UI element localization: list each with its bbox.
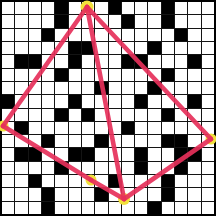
grid-cell[interactable] [109,122,121,134]
grid-cell[interactable] [135,122,147,134]
grid-cell[interactable] [148,29,160,41]
grid-cell[interactable] [202,82,214,94]
grid-cell[interactable] [162,122,174,134]
grid-cell[interactable] [122,162,134,174]
black-cell [42,135,54,147]
grid-cell[interactable] [2,42,14,54]
grid-cell[interactable] [95,15,107,27]
grid-cell[interactable] [109,135,121,147]
grid-cell[interactable] [29,29,41,41]
grid-cell[interactable] [15,188,27,200]
grid-cell[interactable] [175,82,187,94]
black-cell [162,175,174,187]
grid-cell[interactable] [162,202,174,214]
black-cell [69,42,81,54]
grid-cell[interactable] [2,148,14,160]
grid-cell[interactable] [69,135,81,147]
grid-cell[interactable] [202,55,214,67]
grid-cell[interactable] [42,95,54,107]
grid-cell[interactable] [82,15,94,27]
black-cell [42,202,54,214]
grid-cell[interactable] [55,55,67,67]
black-cell [135,162,147,174]
grid-cell[interactable] [69,175,81,187]
black-cell [82,42,94,54]
black-cell [82,148,94,160]
grid-cell[interactable] [15,175,27,187]
grid-cell[interactable] [82,122,94,134]
grid-cell[interactable] [109,15,121,27]
grid-cell[interactable] [188,188,200,200]
grid-cell[interactable] [175,95,187,107]
grid-cell[interactable] [109,109,121,121]
grid-cell[interactable] [135,188,147,200]
grid-cell[interactable] [95,55,107,67]
grid-cell[interactable] [202,109,214,121]
grid-cell[interactable] [188,202,200,214]
grid-cell[interactable] [42,109,54,121]
black-cell [162,2,174,14]
black-cell [82,109,94,121]
black-cell [15,55,27,67]
grid-cell[interactable] [162,95,174,107]
grid-cell[interactable] [95,29,107,41]
grid-cell[interactable] [95,202,107,214]
grid-cell[interactable] [135,82,147,94]
grid-cell[interactable] [55,122,67,134]
grid-cell[interactable] [55,188,67,200]
grid-cell[interactable] [2,69,14,81]
grid-cell[interactable] [148,148,160,160]
grid-cell[interactable] [202,122,214,134]
grid-cell[interactable] [109,42,121,54]
black-cell [175,148,187,160]
grid-cell[interactable] [175,42,187,54]
grid-cell[interactable] [109,55,121,67]
grid-cell[interactable] [2,162,14,174]
grid-cell[interactable] [135,202,147,214]
black-cell [148,82,160,94]
black-cell [122,15,134,27]
grid-cell[interactable] [69,2,81,14]
grid-cell[interactable] [69,82,81,94]
grid-cell[interactable] [29,202,41,214]
grid-cell[interactable] [2,202,14,214]
grid-cell[interactable] [15,202,27,214]
grid-cell[interactable] [148,69,160,81]
black-cell [95,135,107,147]
black-cell [135,55,147,67]
grid-cell[interactable] [82,2,94,14]
grid-cell[interactable] [95,2,107,14]
black-cell [188,148,200,160]
grid-cell[interactable] [188,135,200,147]
grid-cell[interactable] [135,2,147,14]
grid-cell[interactable] [69,15,81,27]
grid-cell[interactable] [175,188,187,200]
black-cell [15,148,27,160]
grid-cell[interactable] [29,69,41,81]
black-cell [69,95,81,107]
grid-cell[interactable] [188,162,200,174]
black-cell [55,109,67,121]
grid-cell[interactable] [15,69,27,81]
grid-cell[interactable] [55,202,67,214]
grid-cell[interactable] [135,109,147,121]
puzzle-screenshot [0,0,216,216]
grid-cell[interactable] [82,135,94,147]
grid-cell[interactable] [29,188,41,200]
grid-cell[interactable] [2,29,14,41]
grid-cell[interactable] [29,42,41,54]
grid-cell[interactable] [122,82,134,94]
grid-cell[interactable] [15,2,27,14]
grid-cell[interactable] [29,135,41,147]
grid-cell[interactable] [188,15,200,27]
grid-cell[interactable] [29,109,41,121]
grid-cell[interactable] [42,148,54,160]
grid-cell[interactable] [69,109,81,121]
grid-cell[interactable] [148,15,160,27]
black-cell [42,188,54,200]
grid-cell[interactable] [15,42,27,54]
grid-cell[interactable] [135,135,147,147]
black-cell [95,188,107,200]
grid-cell[interactable] [122,2,134,14]
grid-cell[interactable] [135,42,147,54]
grid-cell[interactable] [69,202,81,214]
black-cell [135,148,147,160]
grid-cell[interactable] [29,82,41,94]
black-cell [135,95,147,107]
grid-cell[interactable] [69,29,81,41]
grid-cell[interactable] [55,175,67,187]
grid-cell[interactable] [55,148,67,160]
grid-cell[interactable] [122,69,134,81]
grid-cell[interactable] [55,135,67,147]
black-cell [29,55,41,67]
grid-cell[interactable] [82,55,94,67]
grid-cell[interactable] [15,135,27,147]
grid-cell[interactable] [148,109,160,121]
grid-cell[interactable] [202,42,214,54]
black-cell [175,135,187,147]
grid-cell[interactable] [42,15,54,27]
black-cell [122,55,134,67]
grid-cell[interactable] [29,2,41,14]
grid-cell[interactable] [175,109,187,121]
grid-cell[interactable] [135,175,147,187]
grid-cell[interactable] [202,188,214,200]
grid-cell[interactable] [95,162,107,174]
grid-cell[interactable] [95,69,107,81]
grid-cell[interactable] [175,69,187,81]
black-cell [148,42,160,54]
grid-cell[interactable] [95,95,107,107]
grid-cell[interactable] [82,175,94,187]
grid-cell[interactable] [95,175,107,187]
grid-cell[interactable] [2,109,14,121]
grid-cell[interactable] [109,29,121,41]
black-cell [188,95,200,107]
grid-cell[interactable] [109,82,121,94]
grid-cell[interactable] [42,42,54,54]
grid-cell[interactable] [109,202,121,214]
grid-cell[interactable] [148,135,160,147]
grid-cell[interactable] [202,135,214,147]
grid-cell[interactable] [175,122,187,134]
grid-cell[interactable] [122,148,134,160]
grid-cell[interactable] [69,122,81,134]
black-cell [109,175,121,187]
grid-cell[interactable] [95,42,107,54]
grid-cell[interactable] [175,175,187,187]
grid-cell[interactable] [55,29,67,41]
grid-cell[interactable] [69,69,81,81]
grid-cell[interactable] [42,162,54,174]
black-cell [42,29,54,41]
grid-cell[interactable] [188,175,200,187]
black-cell [55,15,67,27]
black-cell [162,135,174,147]
grid-cell[interactable] [162,42,174,54]
black-cell [148,202,160,214]
grid-cell[interactable] [82,202,94,214]
grid-cell[interactable] [162,29,174,41]
grid-cell[interactable] [42,55,54,67]
grid-cell[interactable] [202,15,214,27]
grid-cell[interactable] [175,55,187,67]
grid-cell[interactable] [148,55,160,67]
puzzle-grid [0,0,216,216]
grid-cell[interactable] [82,69,94,81]
grid-cell[interactable] [202,95,214,107]
grid-cell[interactable] [42,69,54,81]
grid-cell[interactable] [82,162,94,174]
black-cell [162,69,174,81]
grid-cell[interactable] [175,15,187,27]
grid-cell[interactable] [148,122,160,134]
grid-cell[interactable] [55,95,67,107]
grid-cell[interactable] [95,109,107,121]
grid-cell[interactable] [122,29,134,41]
grid-cell[interactable] [29,95,41,107]
grid-cell[interactable] [2,55,14,67]
black-cell [69,148,81,160]
grid-cell[interactable] [82,188,94,200]
grid-cell[interactable] [188,2,200,14]
grid-cell[interactable] [2,135,14,147]
grid-cell[interactable] [55,42,67,54]
grid-cell[interactable] [42,175,54,187]
grid-cell[interactable] [29,122,41,134]
grid-cell[interactable] [175,202,187,214]
grid-cell[interactable] [122,135,134,147]
grid-cell[interactable] [42,122,54,134]
black-cell [55,162,67,174]
black-cell [95,82,107,94]
grid-cell[interactable] [109,148,121,160]
grid-cell[interactable] [82,95,94,107]
grid-cell[interactable] [202,148,214,160]
black-cell [29,175,41,187]
grid-cell[interactable] [202,175,214,187]
grid-cell[interactable] [148,175,160,187]
black-cell [162,188,174,200]
grid-cell[interactable] [148,95,160,107]
black-cell [188,55,200,67]
grid-cell[interactable] [122,42,134,54]
grid-cell[interactable] [188,82,200,94]
grid-cell[interactable] [162,162,174,174]
grid-cell[interactable] [135,15,147,27]
grid-cell[interactable] [122,188,134,200]
black-cell [15,122,27,134]
grid-cell[interactable] [95,148,107,160]
grid-cell[interactable] [188,42,200,54]
grid-cell[interactable] [202,29,214,41]
grid-cell[interactable] [29,162,41,174]
grid-cell[interactable] [162,148,174,160]
black-cell [175,29,187,41]
grid-cell[interactable] [188,122,200,134]
grid-cell[interactable] [109,188,121,200]
grid-cell[interactable] [95,122,107,134]
black-cell [55,69,67,81]
grid-cell[interactable] [15,95,27,107]
grid-cell[interactable] [135,69,147,81]
grid-cell[interactable] [188,29,200,41]
black-cell [175,162,187,174]
grid-cell[interactable] [148,162,160,174]
grid-cell[interactable] [2,188,14,200]
grid-cell[interactable] [82,29,94,41]
grid-cell[interactable] [162,55,174,67]
grid-cell[interactable] [202,162,214,174]
grid-cell[interactable] [82,82,94,94]
black-cell [2,95,14,107]
grid-cell[interactable] [2,175,14,187]
grid-cell[interactable] [2,15,14,27]
grid-cell[interactable] [122,109,134,121]
grid-cell[interactable] [15,15,27,27]
grid-cell[interactable] [15,109,27,121]
grid-cell[interactable] [15,82,27,94]
black-cell [69,55,81,67]
grid-cell[interactable] [175,2,187,14]
grid-cell[interactable] [2,122,14,134]
black-cell [162,109,174,121]
grid-cell[interactable] [29,15,41,27]
grid-cell[interactable] [202,69,214,81]
grid-cell[interactable] [69,188,81,200]
grid-cell[interactable] [2,82,14,94]
grid-cell[interactable] [135,29,147,41]
grid-cell[interactable] [42,2,54,14]
black-cell [55,2,67,14]
grid-cell[interactable] [122,175,134,187]
grid-cell[interactable] [148,2,160,14]
grid-cell[interactable] [109,69,121,81]
black-cell [109,2,121,14]
grid-cell[interactable] [188,69,200,81]
grid-cell[interactable] [15,162,27,174]
grid-cell[interactable] [42,82,54,94]
grid-cell[interactable] [15,29,27,41]
grid-cell[interactable] [122,202,134,214]
black-cell [29,148,41,160]
grid-cell[interactable] [109,95,121,107]
grid-cell[interactable] [55,82,67,94]
grid-cell[interactable] [202,202,214,214]
grid-cell[interactable] [202,2,214,14]
grid-cell[interactable] [148,188,160,200]
grid-cell[interactable] [69,162,81,174]
black-cell [122,122,134,134]
black-cell [162,15,174,27]
grid-cell[interactable] [109,162,121,174]
grid-cell[interactable] [162,82,174,94]
grid-cell[interactable] [122,95,134,107]
grid-cell[interactable] [188,109,200,121]
grid-cell[interactable] [2,2,14,14]
